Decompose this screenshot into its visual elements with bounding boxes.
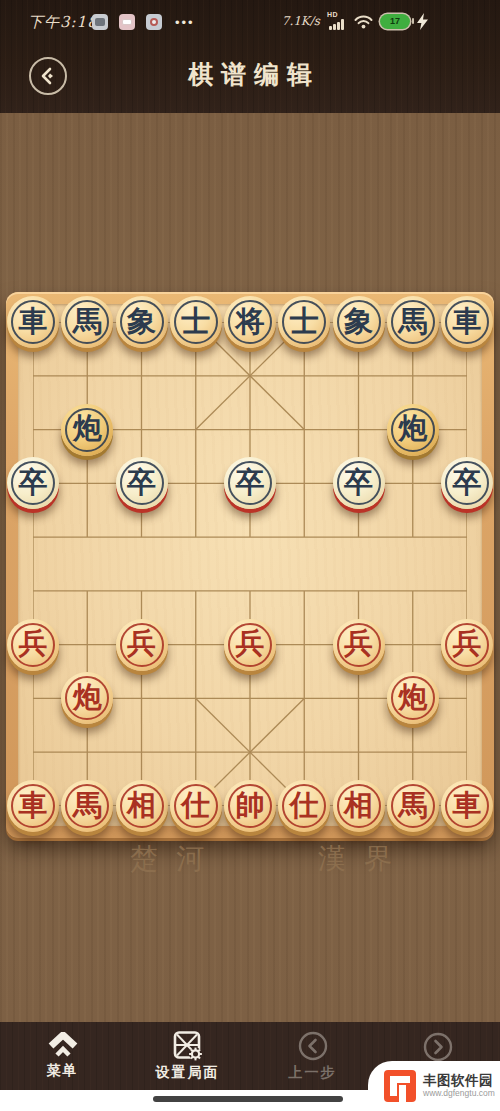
more-notifications-icon: ••• [175, 15, 195, 30]
charging-bolt-icon [417, 13, 428, 30]
piece-char: 相 [333, 780, 385, 832]
status-bar: 下午3:18 ••• 7.1K/s HD 17 [0, 0, 500, 44]
piece-卒-43[interactable]: 卒 [224, 457, 276, 509]
battery-percent: 17 [390, 16, 400, 26]
watermark: 丰图软件园 www.dgfengtu.com [368, 1061, 500, 1111]
piece-兵-26[interactable]: 兵 [116, 619, 168, 671]
watermark-url: www.dgfengtu.com [423, 1089, 495, 1099]
piece-卒-83[interactable]: 卒 [441, 457, 493, 509]
piece-車-00[interactable]: 車 [7, 296, 59, 348]
piece-帥-49[interactable]: 帥 [224, 780, 276, 832]
piece-char: 炮 [61, 672, 113, 724]
hd-label: HD [327, 11, 338, 18]
piece-char: 兵 [441, 619, 493, 671]
piece-char: 兵 [116, 619, 168, 671]
piece-卒-03[interactable]: 卒 [7, 457, 59, 509]
piece-炮-12[interactable]: 炮 [61, 404, 113, 456]
piece-車-80[interactable]: 車 [441, 296, 493, 348]
piece-char: 車 [441, 296, 493, 348]
piece-char: 帥 [224, 780, 276, 832]
battery-icon: 17 [380, 14, 410, 29]
toolbar-label-previous-step: 上一步 [289, 1064, 337, 1082]
home-indicator[interactable] [153, 1096, 343, 1102]
toolbar-label-setup-position: 设置局面 [156, 1064, 220, 1082]
notification-icons: ••• [92, 14, 195, 30]
piece-char: 相 [116, 780, 168, 832]
piece-char: 馬 [387, 296, 439, 348]
piece-char: 馬 [61, 780, 113, 832]
piece-炮-72[interactable]: 炮 [387, 404, 439, 456]
wifi-icon [354, 14, 373, 29]
piece-char: 士 [278, 296, 330, 348]
page-title: 棋谱编辑 [0, 58, 500, 91]
piece-馬-70[interactable]: 馬 [387, 296, 439, 348]
network-speed: 7.1K/s [282, 14, 320, 28]
piece-馬-79[interactable]: 馬 [387, 780, 439, 832]
piece-兵-86[interactable]: 兵 [441, 619, 493, 671]
xiangqi-board[interactable]: 楚河 漢界 車馬象士将士象馬車炮炮卒卒卒卒卒兵兵兵兵兵炮炮車馬相仕帥仕相馬車 [6, 292, 494, 838]
piece-象-60[interactable]: 象 [333, 296, 385, 348]
piece-char: 兵 [224, 619, 276, 671]
piece-char: 士 [170, 296, 222, 348]
piece-char: 象 [116, 296, 168, 348]
river-label-right: 漢界 [318, 840, 410, 878]
piece-馬-19[interactable]: 馬 [61, 780, 113, 832]
piece-卒-23[interactable]: 卒 [116, 457, 168, 509]
piece-char: 馬 [61, 296, 113, 348]
header: 棋谱编辑 [0, 44, 500, 113]
piece-char: 車 [7, 296, 59, 348]
piece-char: 車 [441, 780, 493, 832]
piece-char: 卒 [441, 457, 493, 509]
piece-士-50[interactable]: 士 [278, 296, 330, 348]
piece-char: 卒 [333, 457, 385, 509]
watermark-logo-icon [384, 1070, 416, 1102]
toolbar-item-previous-step[interactable]: 上一步 [250, 1022, 375, 1090]
piece-char: 将 [224, 296, 276, 348]
piece-char: 卒 [224, 457, 276, 509]
piece-char: 兵 [7, 619, 59, 671]
piece-士-30[interactable]: 士 [170, 296, 222, 348]
piece-炮-77[interactable]: 炮 [387, 672, 439, 724]
piece-仕-59[interactable]: 仕 [278, 780, 330, 832]
piece-char: 炮 [387, 404, 439, 456]
recorder-notification-icon [146, 14, 162, 30]
board-setup-icon [172, 1031, 204, 1061]
piece-車-89[interactable]: 車 [441, 780, 493, 832]
piece-兵-66[interactable]: 兵 [333, 619, 385, 671]
piece-char: 馬 [387, 780, 439, 832]
screen: 下午3:18 ••• 7.1K/s HD 17 [0, 0, 500, 1111]
status-time: 下午3:18 [28, 13, 98, 32]
cell-signal-icon: HD [327, 11, 347, 31]
toolbar-item-menu[interactable]: 菜单 [0, 1022, 125, 1090]
piece-仕-39[interactable]: 仕 [170, 780, 222, 832]
screenshot-notification-icon [92, 14, 108, 30]
piece-馬-10[interactable]: 馬 [61, 296, 113, 348]
prev-step-icon [298, 1031, 328, 1061]
piece-相-29[interactable]: 相 [116, 780, 168, 832]
menu-up-icon [47, 1032, 79, 1059]
piece-相-69[interactable]: 相 [333, 780, 385, 832]
status-right-cluster: 7.1K/s HD 17 [282, 11, 428, 31]
watermark-name: 丰图软件园 [423, 1073, 495, 1089]
piece-char: 炮 [61, 404, 113, 456]
toolbar-label-menu: 菜单 [47, 1062, 79, 1080]
piece-将-40[interactable]: 将 [224, 296, 276, 348]
piece-char: 炮 [387, 672, 439, 724]
piece-兵-06[interactable]: 兵 [7, 619, 59, 671]
piece-char: 車 [7, 780, 59, 832]
piece-char: 兵 [333, 619, 385, 671]
piece-char: 仕 [170, 780, 222, 832]
piece-象-20[interactable]: 象 [116, 296, 168, 348]
next-step-icon [423, 1032, 453, 1062]
piece-char: 卒 [116, 457, 168, 509]
piece-兵-46[interactable]: 兵 [224, 619, 276, 671]
piece-char: 象 [333, 296, 385, 348]
river-label-left: 楚河 [130, 840, 222, 878]
piece-卒-63[interactable]: 卒 [333, 457, 385, 509]
message-notification-icon [119, 14, 135, 30]
toolbar-item-setup-position[interactable]: 设置局面 [125, 1022, 250, 1090]
piece-char: 仕 [278, 780, 330, 832]
pieces-layer: 車馬象士将士象馬車炮炮卒卒卒卒卒兵兵兵兵兵炮炮車馬相仕帥仕相馬車 [6, 292, 494, 838]
piece-炮-17[interactable]: 炮 [61, 672, 113, 724]
piece-char: 卒 [7, 457, 59, 509]
piece-車-09[interactable]: 車 [7, 780, 59, 832]
